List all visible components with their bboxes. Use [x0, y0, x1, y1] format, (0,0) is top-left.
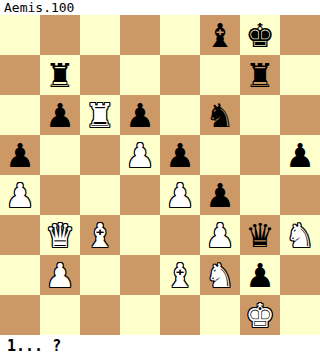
square-g7[interactable]: ♜︎ — [240, 55, 280, 95]
square-g5[interactable] — [240, 135, 280, 175]
chess-board: ♝︎♚︎♜︎♜︎♟︎♜︎♟︎♞︎♟︎♟︎♟︎♟︎♟︎♟︎♟︎♛︎♝︎♟︎♛︎♞︎… — [0, 15, 320, 335]
square-h6[interactable] — [280, 95, 320, 135]
square-f2[interactable]: ♞︎ — [200, 255, 240, 295]
white-bishop-piece: ♝︎ — [165, 259, 195, 292]
square-g2[interactable]: ♟︎ — [240, 255, 280, 295]
square-d2[interactable] — [120, 255, 160, 295]
square-e3[interactable] — [160, 215, 200, 255]
black-pawn-piece: ♟︎ — [245, 259, 275, 292]
white-pawn-piece: ♟︎ — [125, 139, 155, 172]
square-e6[interactable] — [160, 95, 200, 135]
puzzle-title: Aemis.100 — [0, 0, 320, 15]
square-b7[interactable]: ♜︎ — [40, 55, 80, 95]
white-knight-piece: ♞︎ — [205, 259, 235, 292]
square-g3[interactable]: ♛︎ — [240, 215, 280, 255]
square-h4[interactable] — [280, 175, 320, 215]
black-pawn-piece: ♟︎ — [165, 139, 195, 172]
square-h1[interactable] — [280, 295, 320, 335]
white-pawn-piece: ♟︎ — [45, 259, 75, 292]
square-a8[interactable] — [0, 15, 40, 55]
black-rook-piece: ♜︎ — [245, 59, 275, 92]
black-pawn-piece: ♟︎ — [45, 99, 75, 132]
square-f8[interactable]: ♝︎ — [200, 15, 240, 55]
square-f6[interactable]: ♞︎ — [200, 95, 240, 135]
square-g6[interactable] — [240, 95, 280, 135]
move-prompt: 1... ? — [0, 335, 320, 360]
square-e5[interactable]: ♟︎ — [160, 135, 200, 175]
white-king-piece: ♚︎ — [245, 299, 275, 332]
square-a7[interactable] — [0, 55, 40, 95]
square-h7[interactable] — [280, 55, 320, 95]
square-d4[interactable] — [120, 175, 160, 215]
square-b2[interactable]: ♟︎ — [40, 255, 80, 295]
square-a3[interactable] — [0, 215, 40, 255]
square-g1[interactable]: ♚︎ — [240, 295, 280, 335]
square-e7[interactable] — [160, 55, 200, 95]
square-f7[interactable] — [200, 55, 240, 95]
black-queen-piece: ♛︎ — [245, 219, 275, 252]
black-pawn-piece: ♟︎ — [285, 139, 315, 172]
square-a6[interactable] — [0, 95, 40, 135]
square-f3[interactable]: ♟︎ — [200, 215, 240, 255]
square-a5[interactable]: ♟︎ — [0, 135, 40, 175]
square-c1[interactable] — [80, 295, 120, 335]
square-d5[interactable]: ♟︎ — [120, 135, 160, 175]
white-bishop-piece: ♝︎ — [85, 219, 115, 252]
square-a2[interactable] — [0, 255, 40, 295]
white-pawn-piece: ♟︎ — [205, 219, 235, 252]
square-h2[interactable] — [280, 255, 320, 295]
square-a1[interactable] — [0, 295, 40, 335]
square-b4[interactable] — [40, 175, 80, 215]
square-c3[interactable]: ♝︎ — [80, 215, 120, 255]
square-c4[interactable] — [80, 175, 120, 215]
square-d7[interactable] — [120, 55, 160, 95]
black-pawn-piece: ♟︎ — [125, 99, 155, 132]
square-c5[interactable] — [80, 135, 120, 175]
square-d8[interactable] — [120, 15, 160, 55]
black-king-piece: ♚︎ — [245, 19, 275, 52]
chess-diagram: Aemis.100 ♝︎♚︎♜︎♜︎♟︎♜︎♟︎♞︎♟︎♟︎♟︎♟︎♟︎♟︎♟︎… — [0, 0, 320, 360]
white-knight-piece: ♞︎ — [285, 219, 315, 252]
square-f1[interactable] — [200, 295, 240, 335]
white-pawn-piece: ♟︎ — [5, 179, 35, 212]
black-rook-piece: ♜︎ — [45, 59, 75, 92]
square-d3[interactable] — [120, 215, 160, 255]
square-g4[interactable] — [240, 175, 280, 215]
square-h3[interactable]: ♞︎ — [280, 215, 320, 255]
black-pawn-piece: ♟︎ — [205, 179, 235, 212]
square-f5[interactable] — [200, 135, 240, 175]
square-a4[interactable]: ♟︎ — [0, 175, 40, 215]
square-b1[interactable] — [40, 295, 80, 335]
square-e8[interactable] — [160, 15, 200, 55]
square-e1[interactable] — [160, 295, 200, 335]
white-pawn-piece: ♟︎ — [165, 179, 195, 212]
white-rook-piece: ♜︎ — [85, 99, 115, 132]
black-pawn-piece: ♟︎ — [5, 139, 35, 172]
square-d1[interactable] — [120, 295, 160, 335]
square-b3[interactable]: ♛︎ — [40, 215, 80, 255]
square-b6[interactable]: ♟︎ — [40, 95, 80, 135]
square-b8[interactable] — [40, 15, 80, 55]
square-c7[interactable] — [80, 55, 120, 95]
square-e2[interactable]: ♝︎ — [160, 255, 200, 295]
square-h5[interactable]: ♟︎ — [280, 135, 320, 175]
black-bishop-piece: ♝︎ — [205, 19, 235, 52]
square-e4[interactable]: ♟︎ — [160, 175, 200, 215]
square-d6[interactable]: ♟︎ — [120, 95, 160, 135]
square-g8[interactable]: ♚︎ — [240, 15, 280, 55]
square-c6[interactable]: ♜︎ — [80, 95, 120, 135]
square-h8[interactable] — [280, 15, 320, 55]
square-c2[interactable] — [80, 255, 120, 295]
black-knight-piece: ♞︎ — [205, 99, 235, 132]
white-queen-piece: ♛︎ — [45, 219, 75, 252]
square-f4[interactable]: ♟︎ — [200, 175, 240, 215]
square-b5[interactable] — [40, 135, 80, 175]
square-c8[interactable] — [80, 15, 120, 55]
